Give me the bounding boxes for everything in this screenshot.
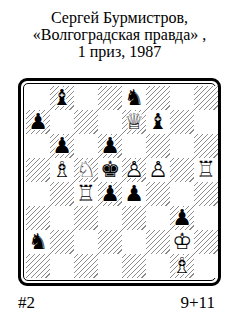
white-pawn-icon: ♙ xyxy=(124,159,144,181)
square-e6 xyxy=(122,134,146,158)
white-knight-icon: ♘ xyxy=(76,159,96,181)
square-h7 xyxy=(194,110,218,134)
square-a1 xyxy=(26,254,50,278)
square-e3 xyxy=(122,206,146,230)
square-d8 xyxy=(98,86,122,110)
white-rook-h5: ♜♖ xyxy=(194,158,218,182)
square-f3 xyxy=(146,206,170,230)
square-h3 xyxy=(194,206,218,230)
square-g3: ♟♟ xyxy=(170,206,194,230)
problem-footer: #2 9+11 xyxy=(0,286,239,313)
square-h5: ♜♖ xyxy=(194,158,218,182)
chess-board-frame: ♝♝♞♞♟♟♛♕♝♝♟♟♟♟♝♗♞♘♚♚♟♙♟♙♜♖♜♖♟♟♟♟♟♟♞♞♚♔♝♗ xyxy=(18,78,221,286)
black-pawn-icon: ♟ xyxy=(100,135,120,157)
white-rook-c4: ♜♖ xyxy=(74,182,98,206)
square-e1 xyxy=(122,254,146,278)
black-bishop-f7: ♝♝ xyxy=(146,110,170,134)
problem-header: Сергей Бурмистров, «Волгоградская правда… xyxy=(0,0,239,60)
white-pawn-icon: ♙ xyxy=(148,159,168,181)
black-pawn-icon: ♟ xyxy=(52,135,72,157)
square-b2 xyxy=(50,230,74,254)
square-b7 xyxy=(50,110,74,134)
square-c8 xyxy=(74,86,98,110)
white-pawn-e5: ♟♙ xyxy=(122,158,146,182)
square-f5: ♟♙ xyxy=(146,158,170,182)
square-f7: ♝♝ xyxy=(146,110,170,134)
white-rook-icon: ♖ xyxy=(196,159,216,181)
square-b4 xyxy=(50,182,74,206)
square-c2 xyxy=(74,230,98,254)
white-bishop-b5: ♝♗ xyxy=(50,158,74,182)
black-knight-a2: ♞♞ xyxy=(26,230,50,254)
square-c5: ♞♘ xyxy=(74,158,98,182)
square-c7 xyxy=(74,110,98,134)
white-bishop-icon: ♗ xyxy=(52,159,72,181)
square-b8: ♝♝ xyxy=(50,86,74,110)
square-g2: ♚♔ xyxy=(170,230,194,254)
square-e2 xyxy=(122,230,146,254)
square-h4 xyxy=(194,182,218,206)
white-queen-icon: ♕ xyxy=(124,111,144,133)
square-d2 xyxy=(98,230,122,254)
publication-source: «Волгоградская правда» , xyxy=(0,26,239,43)
black-pawn-icon: ♟ xyxy=(100,183,120,205)
material-count: 9+11 xyxy=(181,293,215,313)
square-d7 xyxy=(98,110,122,134)
black-pawn-d6: ♟♟ xyxy=(98,134,122,158)
white-knight-c5: ♞♘ xyxy=(74,158,98,182)
chess-board: ♝♝♞♞♟♟♛♕♝♝♟♟♟♟♝♗♞♘♚♚♟♙♟♙♜♖♜♖♟♟♟♟♟♟♞♞♚♔♝♗ xyxy=(26,86,213,278)
black-pawn-a7: ♟♟ xyxy=(26,110,50,134)
square-e7: ♛♕ xyxy=(122,110,146,134)
composer-name: Сергей Бурмистров, xyxy=(0,9,239,26)
square-a5 xyxy=(26,158,50,182)
square-a4 xyxy=(26,182,50,206)
square-b1 xyxy=(50,254,74,278)
black-pawn-icon: ♟ xyxy=(172,207,192,229)
stipulation-mate-in-2: #2 xyxy=(18,293,35,313)
square-g8 xyxy=(170,86,194,110)
square-e5: ♟♙ xyxy=(122,158,146,182)
square-b6: ♟♟ xyxy=(50,134,74,158)
white-bishop-g1: ♝♗ xyxy=(170,254,194,278)
square-d1 xyxy=(98,254,122,278)
square-c6 xyxy=(74,134,98,158)
black-pawn-b6: ♟♟ xyxy=(50,134,74,158)
square-g6 xyxy=(170,134,194,158)
square-c1 xyxy=(74,254,98,278)
black-bishop-b8: ♝♝ xyxy=(50,86,74,110)
square-f8 xyxy=(146,86,170,110)
square-d5: ♚♚ xyxy=(98,158,122,182)
black-king-icon: ♚ xyxy=(100,159,120,181)
square-c4: ♜♖ xyxy=(74,182,98,206)
black-king-d5: ♚♚ xyxy=(98,158,122,182)
square-c3 xyxy=(74,206,98,230)
white-king-g2: ♚♔ xyxy=(170,230,194,254)
square-a2: ♞♞ xyxy=(26,230,50,254)
square-a6 xyxy=(26,134,50,158)
square-h8 xyxy=(194,86,218,110)
black-pawn-d4: ♟♟ xyxy=(98,182,122,206)
square-h6 xyxy=(194,134,218,158)
square-g7 xyxy=(170,110,194,134)
white-rook-icon: ♖ xyxy=(76,183,96,205)
black-knight-e8: ♞♞ xyxy=(122,86,146,110)
black-pawn-icon: ♟ xyxy=(28,111,48,133)
black-pawn-icon: ♟ xyxy=(124,183,144,205)
square-d3 xyxy=(98,206,122,230)
chess-board-inner-border: ♝♝♞♞♟♟♛♕♝♝♟♟♟♟♝♗♞♘♚♚♟♙♟♙♜♖♜♖♟♟♟♟♟♟♞♞♚♔♝♗ xyxy=(23,83,216,281)
square-d4: ♟♟ xyxy=(98,182,122,206)
black-pawn-g3: ♟♟ xyxy=(170,206,194,230)
square-d6: ♟♟ xyxy=(98,134,122,158)
square-h1 xyxy=(194,254,218,278)
square-b3 xyxy=(50,206,74,230)
square-g4 xyxy=(170,182,194,206)
white-bishop-icon: ♗ xyxy=(172,255,192,277)
square-f2 xyxy=(146,230,170,254)
award-year: 1 приз, 1987 xyxy=(0,43,239,60)
black-pawn-e4: ♟♟ xyxy=(122,182,146,206)
square-g1: ♝♗ xyxy=(170,254,194,278)
white-king-icon: ♔ xyxy=(172,231,192,253)
square-e8: ♞♞ xyxy=(122,86,146,110)
square-a3 xyxy=(26,206,50,230)
white-pawn-f5: ♟♙ xyxy=(146,158,170,182)
square-f4 xyxy=(146,182,170,206)
square-e4: ♟♟ xyxy=(122,182,146,206)
square-a7: ♟♟ xyxy=(26,110,50,134)
square-b5: ♝♗ xyxy=(50,158,74,182)
square-a8 xyxy=(26,86,50,110)
black-knight-icon: ♞ xyxy=(124,87,144,109)
black-bishop-icon: ♝ xyxy=(52,87,72,109)
white-queen-e7: ♛♕ xyxy=(122,110,146,134)
black-knight-icon: ♞ xyxy=(28,231,48,253)
square-f1 xyxy=(146,254,170,278)
square-g5 xyxy=(170,158,194,182)
square-f6 xyxy=(146,134,170,158)
black-bishop-icon: ♝ xyxy=(148,111,168,133)
square-h2 xyxy=(194,230,218,254)
